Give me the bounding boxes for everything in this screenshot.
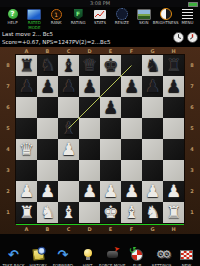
file-labels-bottom: ABCDEFGH bbox=[16, 225, 184, 234]
square-g3[interactable] bbox=[142, 160, 163, 181]
square-d3[interactable] bbox=[79, 160, 100, 181]
square-e7[interactable] bbox=[100, 76, 121, 97]
bottom-toolbar: ↶ TAKE BACK HISTORY ↷ FORWARD HINT ➤ FOR… bbox=[0, 234, 200, 266]
piece-black-bishop[interactable]: ♝ bbox=[58, 118, 79, 139]
clock-time: 3:08 PM bbox=[90, 0, 110, 7]
rank-button[interactable]: 1 RANK bbox=[46, 8, 67, 26]
piece-white-knight[interactable]: ♞ bbox=[37, 202, 58, 223]
file-label-f: F bbox=[121, 225, 142, 234]
menu-label: MENU bbox=[182, 21, 194, 26]
monitor-icon bbox=[27, 9, 41, 20]
square-c5[interactable]: ♝ bbox=[58, 118, 79, 139]
piece-white-king[interactable]: ♚ bbox=[100, 202, 121, 223]
square-d1[interactable] bbox=[79, 202, 100, 223]
resize-button[interactable]: RESIZE bbox=[111, 8, 132, 26]
square-a2[interactable]: ♟ bbox=[16, 181, 37, 202]
square-f2[interactable]: ♟ bbox=[121, 181, 142, 202]
undo-arrow-icon: ↶ bbox=[8, 248, 19, 261]
square-g4[interactable] bbox=[142, 139, 163, 160]
square-b6[interactable] bbox=[37, 97, 58, 118]
rank-label-5: 5 bbox=[0, 118, 16, 139]
square-f3[interactable] bbox=[121, 160, 142, 181]
file-label-b: B bbox=[37, 225, 58, 234]
white-clock-icon bbox=[173, 32, 184, 43]
square-f4[interactable] bbox=[121, 139, 142, 160]
square-b2[interactable]: ♟ bbox=[37, 181, 58, 202]
force-move-button[interactable]: ➤ FORCE MOVE bbox=[101, 247, 124, 266]
square-g5[interactable] bbox=[142, 118, 163, 139]
file-label-c: C bbox=[58, 225, 79, 234]
square-d6[interactable] bbox=[79, 97, 100, 118]
piece-white-knight[interactable]: ♞ bbox=[142, 202, 163, 223]
skin-label: SKIN bbox=[139, 21, 148, 26]
gears-icon: ⚙⚙ bbox=[156, 248, 168, 261]
stats-label: STATS bbox=[94, 21, 106, 26]
rank-label-6: 6 bbox=[184, 97, 200, 118]
piece-black-bishop[interactable]: ♝ bbox=[58, 55, 79, 76]
square-a3[interactable] bbox=[16, 160, 37, 181]
checkered-flag-icon bbox=[180, 250, 193, 260]
file-label-g: G bbox=[142, 225, 163, 234]
history-clock-icon bbox=[37, 246, 46, 255]
square-h5[interactable] bbox=[163, 118, 184, 139]
history-note-icon bbox=[32, 248, 44, 260]
piece-white-pawn[interactable]: ♟ bbox=[79, 181, 100, 202]
rank-label-6: 6 bbox=[0, 97, 16, 118]
flip-board-icon: ↺ bbox=[131, 249, 143, 261]
rank-label-1: 1 bbox=[0, 202, 16, 223]
brightness-button[interactable]: BRIGHTNESS bbox=[155, 8, 176, 26]
settings-button[interactable]: ⚙⚙ SETTINGS bbox=[150, 247, 173, 266]
square-a1[interactable]: ♜ bbox=[16, 202, 37, 223]
top-toolbar: ? HELP RATED MODE 1 RANK F RATING STATS … bbox=[0, 7, 200, 30]
forward-button[interactable]: ↷ FORWARD bbox=[51, 247, 74, 266]
square-h1[interactable]: ♜ bbox=[163, 202, 184, 223]
brightness-label: BRIGHTNESS bbox=[153, 21, 179, 26]
square-h3[interactable] bbox=[163, 160, 184, 181]
square-e4[interactable] bbox=[100, 139, 121, 160]
lightbulb-icon bbox=[84, 249, 92, 260]
square-c3[interactable] bbox=[58, 160, 79, 181]
square-a4[interactable]: ♛ bbox=[16, 139, 37, 160]
rated-mode-label: RATED MODE bbox=[24, 21, 44, 30]
square-h7[interactable]: ♟ bbox=[163, 76, 184, 97]
square-h4[interactable] bbox=[163, 139, 184, 160]
help-icon: ? bbox=[8, 9, 18, 19]
square-e2[interactable]: ♟ bbox=[100, 181, 121, 202]
file-label-h: H bbox=[163, 47, 184, 55]
piece-white-pawn[interactable]: ♟ bbox=[163, 181, 184, 202]
piece-black-king[interactable]: ♚ bbox=[100, 55, 121, 76]
stats-chart-icon bbox=[94, 10, 106, 19]
square-b7[interactable]: ♟ bbox=[37, 76, 58, 97]
brightness-sun-icon bbox=[160, 8, 172, 20]
piece-black-pawn[interactable]: ♟ bbox=[37, 76, 58, 97]
piece-black-pawn[interactable]: ♟ bbox=[79, 76, 100, 97]
black-clock-icon bbox=[187, 32, 198, 43]
rating-label: RATING bbox=[71, 21, 86, 26]
resize-label: RESIZE bbox=[115, 21, 129, 26]
player-clocks bbox=[173, 32, 198, 43]
status-bar: 3:08 PM bbox=[0, 0, 200, 7]
piece-black-rook[interactable]: ♜ bbox=[163, 55, 184, 76]
rating-button[interactable]: F RATING bbox=[68, 8, 89, 26]
piece-black-pawn[interactable]: ♟ bbox=[121, 76, 142, 97]
board: ♜♞♝♛♚♞♜♟♟♟♟♟♟♟♟♝♛♟♟♟♟♟♟♟♟♜♞♝♚♝♞♜ bbox=[16, 55, 184, 223]
square-g7[interactable]: ♟ bbox=[142, 76, 163, 97]
file-label-c: C bbox=[58, 47, 79, 55]
rank-label: RANK bbox=[51, 21, 62, 26]
rank-labels-right: 87654321 bbox=[184, 55, 200, 223]
file-label-a: A bbox=[16, 225, 37, 234]
square-b1[interactable]: ♞ bbox=[37, 202, 58, 223]
piece-black-rook[interactable]: ♜ bbox=[16, 55, 37, 76]
square-d5[interactable] bbox=[79, 118, 100, 139]
square-a7[interactable]: ♟ bbox=[16, 76, 37, 97]
square-e6[interactable]: ♟ bbox=[100, 97, 121, 118]
menu-button[interactable]: MENU bbox=[177, 8, 198, 26]
redo-arrow-icon: ↷ bbox=[57, 248, 68, 261]
piece-black-pawn[interactable]: ♟ bbox=[16, 76, 37, 97]
file-label-e: E bbox=[100, 225, 121, 234]
help-button[interactable]: ? HELP bbox=[2, 8, 23, 26]
rank-label-5: 5 bbox=[184, 118, 200, 139]
piece-black-pawn[interactable]: ♟ bbox=[163, 76, 184, 97]
file-labels-top: ABCDEFGH bbox=[16, 47, 184, 55]
square-h2[interactable]: ♟ bbox=[163, 181, 184, 202]
stats-button[interactable]: STATS bbox=[90, 8, 111, 26]
square-b4[interactable] bbox=[37, 139, 58, 160]
piece-white-pawn[interactable]: ♟ bbox=[37, 181, 58, 202]
rank-label-2: 2 bbox=[0, 181, 16, 202]
rank-labels-left: 87654321 bbox=[0, 55, 16, 223]
square-c4[interactable]: ♟ bbox=[58, 139, 79, 160]
piece-black-knight[interactable]: ♞ bbox=[37, 55, 58, 76]
hint-button[interactable]: HINT bbox=[76, 247, 99, 266]
new-game-button[interactable]: NEW bbox=[175, 247, 198, 266]
square-d2[interactable]: ♟ bbox=[79, 181, 100, 202]
square-f8[interactable] bbox=[121, 55, 142, 76]
force-move-icon: ➤ bbox=[107, 251, 118, 258]
piece-black-queen[interactable]: ♛ bbox=[79, 55, 100, 76]
file-label-g: G bbox=[142, 47, 163, 55]
engine-output: Last move 2... Bc5 Score=+0.67, NPS=1247… bbox=[0, 30, 200, 47]
file-label-a: A bbox=[16, 47, 37, 55]
square-e1[interactable]: ♚ bbox=[100, 202, 121, 223]
take-back-button[interactable]: ↶ TAKE BACK bbox=[2, 247, 25, 266]
piece-white-pawn[interactable]: ♟ bbox=[142, 181, 163, 202]
rank-label-4: 4 bbox=[0, 139, 16, 160]
board-frame: ABCDEFGH 87654321 ♜♞♝♛♚♞♜♟♟♟♟♟♟♟♟♝♛♟♟♟♟♟… bbox=[0, 47, 200, 234]
piece-black-pawn[interactable]: ♟ bbox=[58, 76, 79, 97]
square-f6[interactable] bbox=[121, 97, 142, 118]
square-e8[interactable]: ♚ bbox=[100, 55, 121, 76]
square-b8[interactable]: ♞ bbox=[37, 55, 58, 76]
square-a6[interactable] bbox=[16, 97, 37, 118]
skin-button[interactable]: SKIN bbox=[133, 8, 154, 26]
rank-label-8: 8 bbox=[184, 55, 200, 76]
file-label-b: B bbox=[37, 47, 58, 55]
piece-white-pawn[interactable]: ♟ bbox=[58, 139, 79, 160]
flip-button[interactable]: ↺ FLIP bbox=[126, 247, 149, 266]
history-button[interactable]: HISTORY bbox=[27, 247, 50, 266]
rank-medal-icon: 1 bbox=[51, 9, 62, 20]
rank-label-4: 4 bbox=[184, 139, 200, 160]
piece-black-knight[interactable]: ♞ bbox=[142, 55, 163, 76]
rank-label-8: 8 bbox=[0, 55, 16, 76]
square-g1[interactable]: ♞ bbox=[142, 202, 163, 223]
square-c1[interactable]: ♝ bbox=[58, 202, 79, 223]
square-c8[interactable]: ♝ bbox=[58, 55, 79, 76]
square-a8[interactable]: ♜ bbox=[16, 55, 37, 76]
piece-white-pawn[interactable]: ♟ bbox=[16, 181, 37, 202]
file-label-e: E bbox=[100, 47, 121, 55]
square-b3[interactable] bbox=[37, 160, 58, 181]
square-c2[interactable] bbox=[58, 181, 79, 202]
piece-white-pawn[interactable]: ♟ bbox=[100, 181, 121, 202]
piece-black-pawn[interactable]: ♟ bbox=[100, 97, 121, 118]
square-f1[interactable]: ♝ bbox=[121, 202, 142, 223]
piece-white-bishop[interactable]: ♝ bbox=[58, 202, 79, 223]
piece-white-rook[interactable]: ♜ bbox=[163, 202, 184, 223]
last-move-text: Last move 2... Bc5 bbox=[2, 31, 198, 39]
rated-mode-button[interactable]: RATED MODE bbox=[24, 8, 45, 30]
square-d4[interactable] bbox=[79, 139, 100, 160]
rank-label-2: 2 bbox=[184, 181, 200, 202]
square-a5[interactable] bbox=[16, 118, 37, 139]
file-label-h: H bbox=[163, 225, 184, 234]
square-g6[interactable] bbox=[142, 97, 163, 118]
rank-label-3: 3 bbox=[0, 160, 16, 181]
square-f5[interactable] bbox=[121, 118, 142, 139]
rank-label-7: 7 bbox=[0, 76, 16, 97]
piece-white-queen[interactable]: ♛ bbox=[16, 139, 37, 160]
hamburger-menu-icon bbox=[182, 9, 193, 19]
rank-label-3: 3 bbox=[184, 160, 200, 181]
square-d7[interactable]: ♟ bbox=[79, 76, 100, 97]
square-g2[interactable]: ♟ bbox=[142, 181, 163, 202]
square-b5[interactable] bbox=[37, 118, 58, 139]
piece-white-pawn[interactable]: ♟ bbox=[121, 181, 142, 202]
piece-white-rook[interactable]: ♜ bbox=[16, 202, 37, 223]
square-c6[interactable] bbox=[58, 97, 79, 118]
file-label-f: F bbox=[121, 47, 142, 55]
file-label-d: D bbox=[79, 47, 100, 55]
square-d8[interactable]: ♛ bbox=[79, 55, 100, 76]
square-h8[interactable]: ♜ bbox=[163, 55, 184, 76]
battery-icon bbox=[188, 2, 198, 7]
rating-shield-icon: F bbox=[74, 9, 83, 20]
square-e5[interactable] bbox=[100, 118, 121, 139]
square-e3[interactable] bbox=[100, 160, 121, 181]
engine-score-text: Score=+0.67, NPS=1247PV(2)=2...Bc5 bbox=[2, 39, 198, 47]
piece-black-pawn[interactable]: ♟ bbox=[142, 76, 163, 97]
help-label: HELP bbox=[7, 21, 17, 26]
square-f7[interactable]: ♟ bbox=[121, 76, 142, 97]
skin-picture-icon bbox=[137, 9, 151, 20]
square-g8[interactable]: ♞ bbox=[142, 55, 163, 76]
rank-label-7: 7 bbox=[184, 76, 200, 97]
resize-dial-icon bbox=[116, 8, 128, 20]
square-h6[interactable] bbox=[163, 97, 184, 118]
piece-white-bishop[interactable]: ♝ bbox=[121, 202, 142, 223]
square-c7[interactable]: ♟ bbox=[58, 76, 79, 97]
rank-label-1: 1 bbox=[184, 202, 200, 223]
file-label-d: D bbox=[79, 225, 100, 234]
